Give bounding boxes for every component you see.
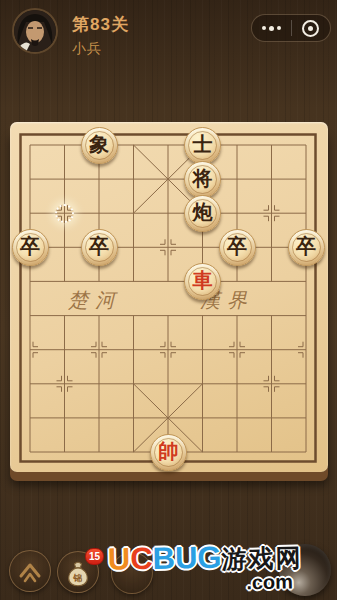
- piece-glyph: 車: [193, 267, 213, 294]
- wechat-capsule: [251, 14, 331, 42]
- piece-glyph: 卒: [227, 233, 247, 260]
- app-screen: 第83关 小兵 楚河 漢界 象士将炮卒卒卒卒車帥: [0, 0, 337, 600]
- piece-black-卒[interactable]: 卒: [12, 229, 49, 266]
- piece-glyph: 炮: [193, 199, 213, 226]
- exit-target-icon: [302, 20, 319, 37]
- title-block: 第83关 小兵: [72, 13, 129, 58]
- river-label-left: 楚河: [68, 287, 122, 314]
- piece-glyph: 士: [193, 131, 213, 158]
- piece-red-車[interactable]: 車: [184, 263, 221, 300]
- piece-glyph: 卒: [20, 233, 40, 260]
- level-title: 第83关: [72, 13, 129, 36]
- black-stone-ball: [279, 544, 331, 596]
- dot-icon: [269, 26, 274, 31]
- piece-black-士[interactable]: 士: [184, 127, 221, 164]
- avatar-portrait: [14, 10, 56, 52]
- obscured-button[interactable]: [111, 552, 153, 594]
- piece-glyph: 卒: [296, 233, 316, 260]
- dot-icon: [262, 26, 266, 30]
- piece-black-炮[interactable]: 炮: [184, 195, 221, 232]
- dot-icon: [277, 26, 281, 30]
- hint-count-badge: 15: [85, 548, 104, 565]
- chevron-up-icon: [15, 556, 45, 586]
- piece-black-将[interactable]: 将: [184, 161, 221, 198]
- watermark-text: BUG: [152, 540, 221, 576]
- svg-text:锦: 锦: [73, 573, 83, 583]
- mode-subtitle: 小兵: [72, 40, 129, 58]
- piece-glyph: 将: [193, 165, 213, 192]
- piece-glyph: 卒: [89, 233, 109, 260]
- piece-black-象[interactable]: 象: [81, 127, 118, 164]
- more-options-button[interactable]: [252, 15, 291, 41]
- xiangqi-board[interactable]: 楚河 漢界 象士将炮卒卒卒卒車帥: [10, 122, 328, 472]
- piece-black-卒[interactable]: 卒: [219, 229, 256, 266]
- piece-glyph: 象: [89, 131, 109, 158]
- sparkle-effect: [55, 204, 74, 223]
- board-grid: [10, 122, 328, 472]
- piece-red-帥[interactable]: 帥: [150, 434, 187, 471]
- piece-black-卒[interactable]: 卒: [81, 229, 118, 266]
- hint-bag-button[interactable]: 锦 15: [57, 551, 99, 593]
- top-bar: 第83关 小兵: [0, 0, 337, 62]
- piece-glyph: 帥: [158, 438, 178, 465]
- collapse-button[interactable]: [9, 550, 51, 592]
- player-avatar[interactable]: [12, 8, 58, 54]
- piece-black-卒[interactable]: 卒: [288, 229, 325, 266]
- exit-button[interactable]: [292, 15, 331, 41]
